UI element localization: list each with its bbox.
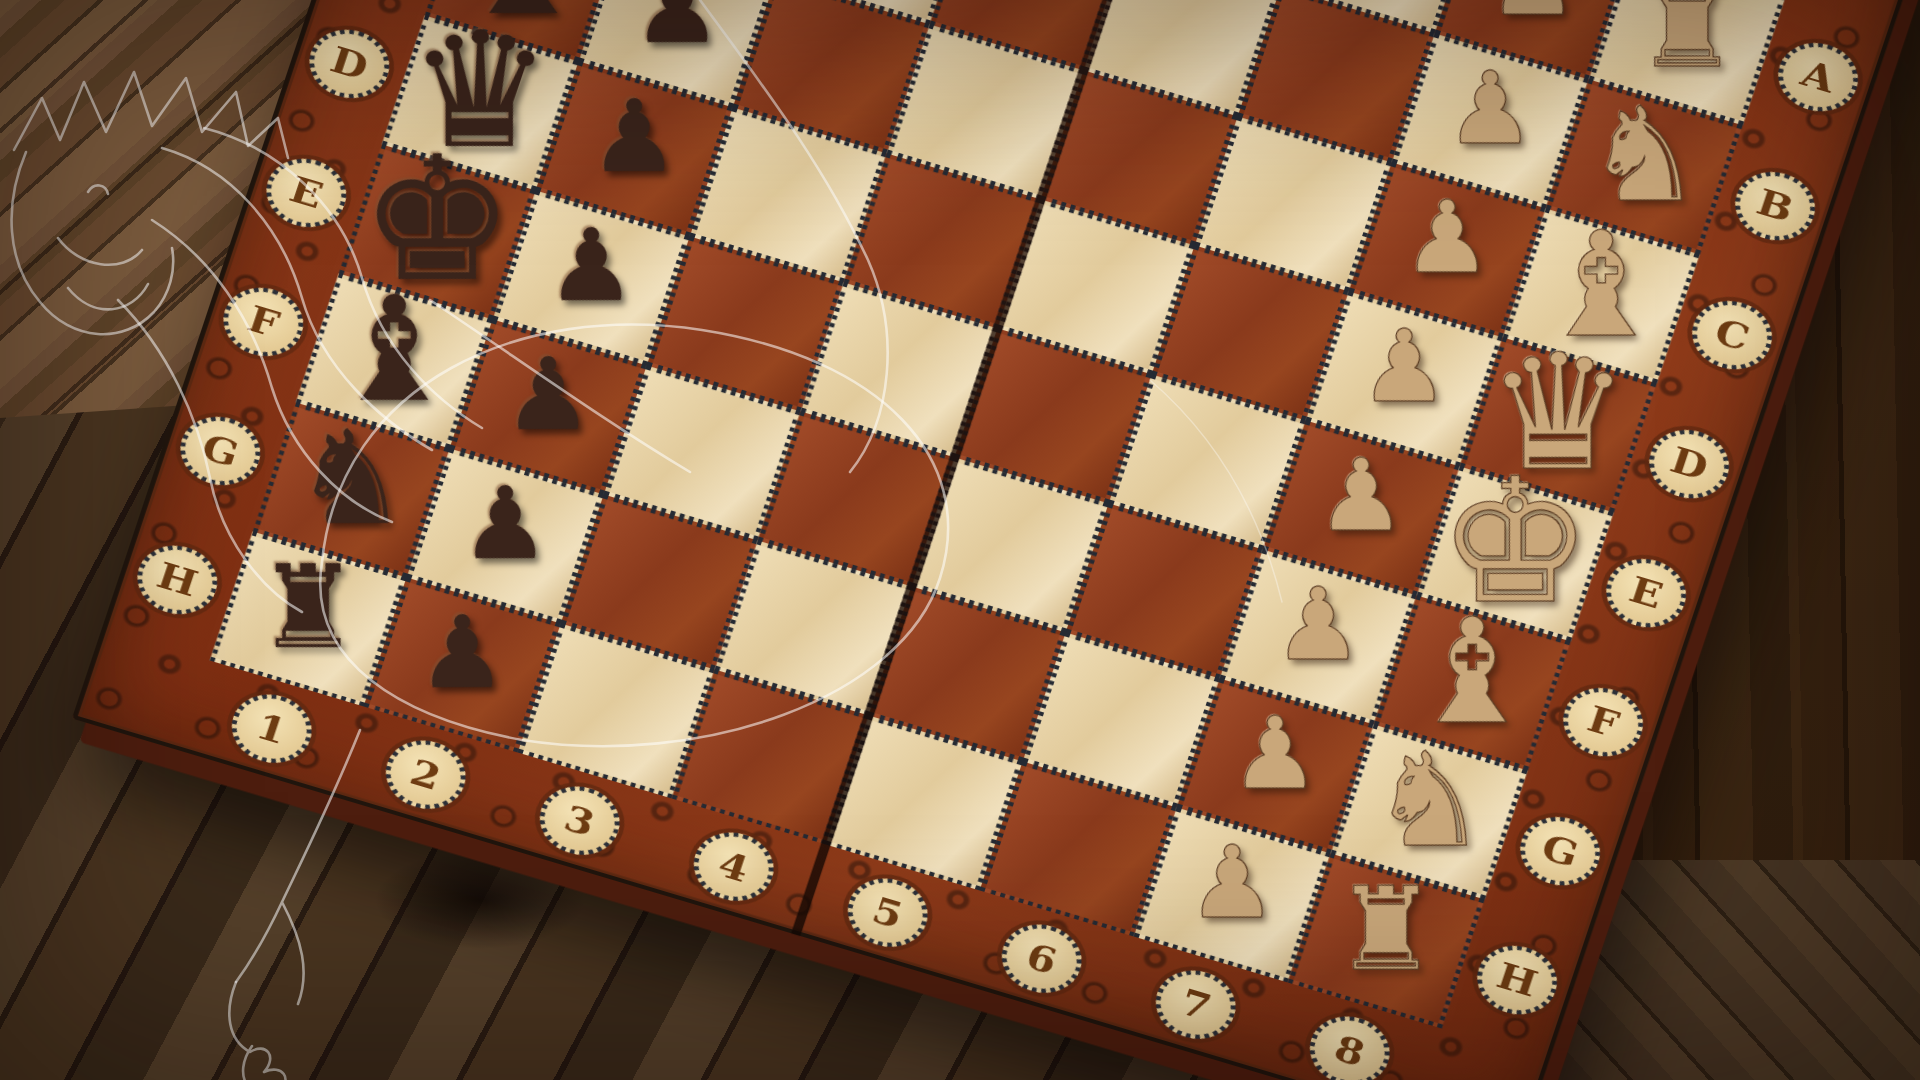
- piece-light-pawn-h7[interactable]: ♟: [1185, 836, 1279, 930]
- coordinate-medallion-6: 6: [992, 915, 1091, 1003]
- piece-dark-bishop-f1[interactable]: ♝: [347, 302, 441, 396]
- coordinate-medallion-8: 8: [1300, 1007, 1399, 1080]
- coordinate-medallion-5: 5: [838, 869, 937, 957]
- coordinate-medallion-H: H: [1468, 936, 1567, 1024]
- piece-light-pawn-e7[interactable]: ♟: [1314, 449, 1408, 543]
- piece-dark-pawn-f2[interactable]: ♟: [501, 348, 595, 442]
- piece-light-rook-h8[interactable]: ♜: [1339, 882, 1433, 976]
- piece-light-rook-a8[interactable]: ♜: [1640, 0, 1734, 73]
- coordinate-medallion-H: H: [128, 536, 227, 624]
- coordinate-medallion-C: C: [1683, 291, 1782, 379]
- piece-light-pawn-b7[interactable]: ♟: [1443, 62, 1537, 156]
- coordinate-medallion-1: 1: [222, 685, 321, 773]
- coordinate-medallion-E: E: [1597, 549, 1696, 637]
- piece-light-bishop-c8[interactable]: ♝: [1554, 237, 1648, 331]
- coordinate-medallion-F: F: [1554, 678, 1653, 766]
- piece-light-pawn-g7[interactable]: ♟: [1228, 707, 1322, 801]
- piece-light-knight-b8[interactable]: ♞: [1597, 108, 1691, 202]
- coordinate-medallion-4: 4: [684, 823, 783, 911]
- coordinate-medallion-B: B: [1726, 162, 1825, 250]
- piece-light-knight-g8[interactable]: ♞: [1382, 753, 1476, 847]
- piece-dark-pawn-h2[interactable]: ♟: [415, 606, 509, 700]
- piece-light-bishop-f8[interactable]: ♝: [1425, 624, 1519, 718]
- piece-light-pawn-a7[interactable]: ♟: [1486, 0, 1580, 27]
- piece-dark-pawn-e2[interactable]: ♟: [544, 219, 638, 313]
- piece-light-pawn-c7[interactable]: ♟: [1400, 191, 1494, 285]
- coordinate-medallion-A: A: [1769, 33, 1868, 121]
- piece-dark-king-e1[interactable]: ♚: [390, 173, 484, 267]
- piece-light-king-e8[interactable]: ♚: [1468, 495, 1562, 589]
- photo-scene: 12345678A♜♟♟♜AB♞♟♟♞BC♝♟♟♝CD♛♟♟♛DE♚♟♟♚EF♝…: [0, 0, 1920, 1080]
- piece-dark-pawn-g2[interactable]: ♟: [458, 477, 552, 571]
- coordinate-medallion-F: F: [214, 278, 312, 366]
- coordinate-medallion-G: G: [171, 407, 269, 495]
- coordinate-medallion-E: E: [257, 149, 356, 237]
- coordinate-medallion-G: G: [1511, 807, 1610, 895]
- coordinate-medallion-3: 3: [530, 777, 629, 865]
- coordinate-medallion-7: 7: [1146, 961, 1245, 1049]
- piece-light-pawn-f7[interactable]: ♟: [1271, 578, 1365, 672]
- piece-light-pawn-d7[interactable]: ♟: [1357, 320, 1451, 414]
- piece-dark-pawn-c2[interactable]: ♟: [630, 0, 724, 55]
- piece-dark-knight-g1[interactable]: ♞: [304, 431, 398, 525]
- piece-dark-pawn-d2[interactable]: ♟: [587, 90, 681, 184]
- coordinate-medallion-D: D: [1640, 420, 1739, 508]
- piece-dark-rook-h1[interactable]: ♜: [261, 560, 355, 654]
- coordinate-medallion-D: D: [300, 20, 399, 108]
- coordinate-medallion-2: 2: [376, 731, 475, 819]
